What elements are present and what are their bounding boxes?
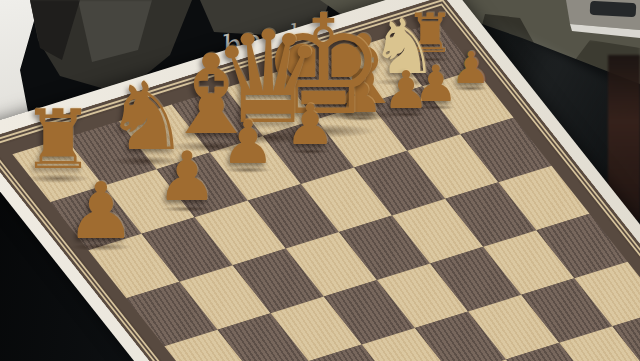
piece-pawn-c7[interactable]: ♟	[221, 112, 275, 172]
piece-pawn-b7[interactable]: ♟	[157, 143, 218, 211]
piece-pawn-d7[interactable]: ♟	[285, 97, 335, 153]
piece-pawn-f7[interactable]: ♟	[383, 64, 430, 116]
dark-object-on-surface	[590, 1, 637, 17]
photo-scene: bo d ♜♞♝♛♚♝♞♜♟♟♟♟♟♟♟♟	[0, 0, 640, 361]
piece-pawn-a7[interactable]: ♟	[66, 172, 136, 250]
